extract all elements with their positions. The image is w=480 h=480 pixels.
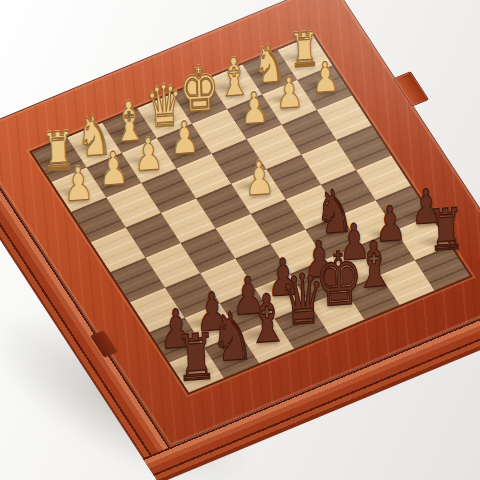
piece-black-rook-h8[interactable]: ♜ (427, 201, 466, 261)
piece-black-rook-a8[interactable]: ♜ (174, 324, 217, 391)
piece-white-pawn-g2[interactable]: ♟ (275, 71, 304, 115)
piece-white-pawn-f2[interactable]: ♟ (240, 86, 269, 131)
piece-white-pawn-h2[interactable]: ♟ (311, 56, 339, 100)
piece-white-pawn-a2[interactable]: ♟ (63, 160, 95, 209)
piece-white-pawn-d2[interactable]: ♟ (169, 116, 199, 163)
piece-white-pawn-b2[interactable]: ♟ (98, 145, 129, 193)
piece-white-pawn-e4[interactable]: ♟ (243, 154, 275, 202)
chess-photo-scene: ♜♞♟♝♟♚♟♛♝♟♞♟♜♟♟♟♟♞♟♜♟♟♝♟♚♟♛♟♝♟♞♜ (0, 0, 480, 480)
piece-white-pawn-c2[interactable]: ♟ (133, 130, 164, 177)
